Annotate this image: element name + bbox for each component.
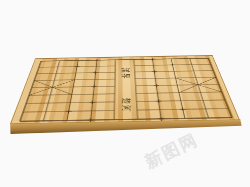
- board-grid: [11, 56, 242, 125]
- board-scene: 漢界 楚河: [0, 0, 250, 187]
- xiangqi-board-surface: 漢界 楚河: [10, 55, 240, 124]
- photo-canvas: 漢界 楚河 新图网: [0, 0, 250, 187]
- river-label-han-jie: 漢界: [120, 68, 130, 79]
- river-label-chu-he: 楚河: [120, 98, 132, 112]
